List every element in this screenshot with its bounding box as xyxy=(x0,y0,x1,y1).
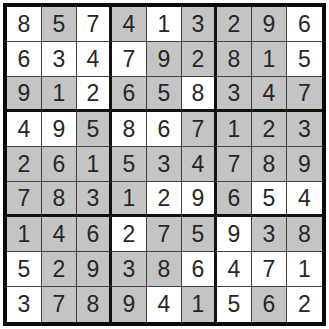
cell-r1c2[interactable]: 5 xyxy=(42,7,77,42)
cell-r6c3[interactable]: 3 xyxy=(77,182,112,217)
cell-r3c8[interactable]: 4 xyxy=(252,77,287,112)
cell-r6c6[interactable]: 9 xyxy=(182,182,217,217)
cell-r8c3[interactable]: 9 xyxy=(77,252,112,287)
cell-r6c2[interactable]: 8 xyxy=(42,182,77,217)
cell-r6c8[interactable]: 5 xyxy=(252,182,287,217)
cell-r3c7[interactable]: 3 xyxy=(217,77,252,112)
cell-r5c6[interactable]: 4 xyxy=(182,147,217,182)
cell-r9c2[interactable]: 7 xyxy=(42,287,77,322)
cell-r7c9[interactable]: 8 xyxy=(287,217,322,252)
cell-r3c3[interactable]: 2 xyxy=(77,77,112,112)
cell-r4c5[interactable]: 6 xyxy=(147,112,182,147)
cell-r8c4[interactable]: 3 xyxy=(112,252,147,287)
cell-r7c6[interactable]: 5 xyxy=(182,217,217,252)
cell-r3c1[interactable]: 9 xyxy=(7,77,42,112)
cell-r1c7[interactable]: 2 xyxy=(217,7,252,42)
cell-r6c7[interactable]: 6 xyxy=(217,182,252,217)
cell-r4c8[interactable]: 2 xyxy=(252,112,287,147)
cell-r4c1[interactable]: 4 xyxy=(7,112,42,147)
cell-r7c5[interactable]: 7 xyxy=(147,217,182,252)
cell-r1c9[interactable]: 6 xyxy=(287,7,322,42)
cell-r8c1[interactable]: 5 xyxy=(7,252,42,287)
cell-r2c8[interactable]: 1 xyxy=(252,42,287,77)
cell-r1c1[interactable]: 8 xyxy=(7,7,42,42)
cell-r8c7[interactable]: 4 xyxy=(217,252,252,287)
cell-r4c2[interactable]: 9 xyxy=(42,112,77,147)
cell-r5c2[interactable]: 6 xyxy=(42,147,77,182)
cell-r7c1[interactable]: 1 xyxy=(7,217,42,252)
cell-r6c5[interactable]: 2 xyxy=(147,182,182,217)
cell-r2c1[interactable]: 6 xyxy=(7,42,42,77)
cell-r8c6[interactable]: 6 xyxy=(182,252,217,287)
cell-r5c1[interactable]: 2 xyxy=(7,147,42,182)
cell-r5c8[interactable]: 8 xyxy=(252,147,287,182)
cell-r3c9[interactable]: 7 xyxy=(287,77,322,112)
cell-r7c4[interactable]: 2 xyxy=(112,217,147,252)
cell-r9c8[interactable]: 6 xyxy=(252,287,287,322)
cell-r3c5[interactable]: 5 xyxy=(147,77,182,112)
cell-r6c1[interactable]: 7 xyxy=(7,182,42,217)
cell-r5c5[interactable]: 3 xyxy=(147,147,182,182)
cell-r7c8[interactable]: 3 xyxy=(252,217,287,252)
cell-r5c7[interactable]: 7 xyxy=(217,147,252,182)
cell-r2c7[interactable]: 8 xyxy=(217,42,252,77)
cell-r5c3[interactable]: 1 xyxy=(77,147,112,182)
cell-r2c6[interactable]: 2 xyxy=(182,42,217,77)
cell-r4c7[interactable]: 1 xyxy=(217,112,252,147)
cell-r4c3[interactable]: 5 xyxy=(77,112,112,147)
cell-r1c6[interactable]: 3 xyxy=(182,7,217,42)
cell-r9c3[interactable]: 8 xyxy=(77,287,112,322)
cell-r9c6[interactable]: 1 xyxy=(182,287,217,322)
cell-r3c4[interactable]: 6 xyxy=(112,77,147,112)
cell-r1c5[interactable]: 1 xyxy=(147,7,182,42)
sudoku-page: 8574132966347928159126583474958671232615… xyxy=(0,0,329,329)
cell-r8c2[interactable]: 2 xyxy=(42,252,77,287)
cell-r8c8[interactable]: 7 xyxy=(252,252,287,287)
cell-r1c4[interactable]: 4 xyxy=(112,7,147,42)
cell-r8c5[interactable]: 8 xyxy=(147,252,182,287)
cell-r3c2[interactable]: 1 xyxy=(42,77,77,112)
cell-r9c4[interactable]: 9 xyxy=(112,287,147,322)
cell-r4c4[interactable]: 8 xyxy=(112,112,147,147)
cell-r2c5[interactable]: 9 xyxy=(147,42,182,77)
cell-r9c5[interactable]: 4 xyxy=(147,287,182,322)
cell-r1c8[interactable]: 9 xyxy=(252,7,287,42)
cell-r2c2[interactable]: 3 xyxy=(42,42,77,77)
cell-r6c4[interactable]: 1 xyxy=(112,182,147,217)
cell-r6c9[interactable]: 4 xyxy=(287,182,322,217)
cell-r9c1[interactable]: 3 xyxy=(7,287,42,322)
cell-r5c9[interactable]: 9 xyxy=(287,147,322,182)
sudoku-grid: 8574132966347928159126583474958671232615… xyxy=(7,7,322,322)
sudoku-board: 8574132966347928159126583474958671232615… xyxy=(3,3,326,326)
cell-r2c9[interactable]: 5 xyxy=(287,42,322,77)
cell-r7c7[interactable]: 9 xyxy=(217,217,252,252)
cell-r8c9[interactable]: 1 xyxy=(287,252,322,287)
cell-r3c6[interactable]: 8 xyxy=(182,77,217,112)
cell-r9c7[interactable]: 5 xyxy=(217,287,252,322)
cell-r7c3[interactable]: 6 xyxy=(77,217,112,252)
cell-r2c3[interactable]: 4 xyxy=(77,42,112,77)
cell-r1c3[interactable]: 7 xyxy=(77,7,112,42)
cell-r4c9[interactable]: 3 xyxy=(287,112,322,147)
cell-r9c9[interactable]: 2 xyxy=(287,287,322,322)
cell-r2c4[interactable]: 7 xyxy=(112,42,147,77)
cell-r5c4[interactable]: 5 xyxy=(112,147,147,182)
cell-r4c6[interactable]: 7 xyxy=(182,112,217,147)
cell-r7c2[interactable]: 4 xyxy=(42,217,77,252)
